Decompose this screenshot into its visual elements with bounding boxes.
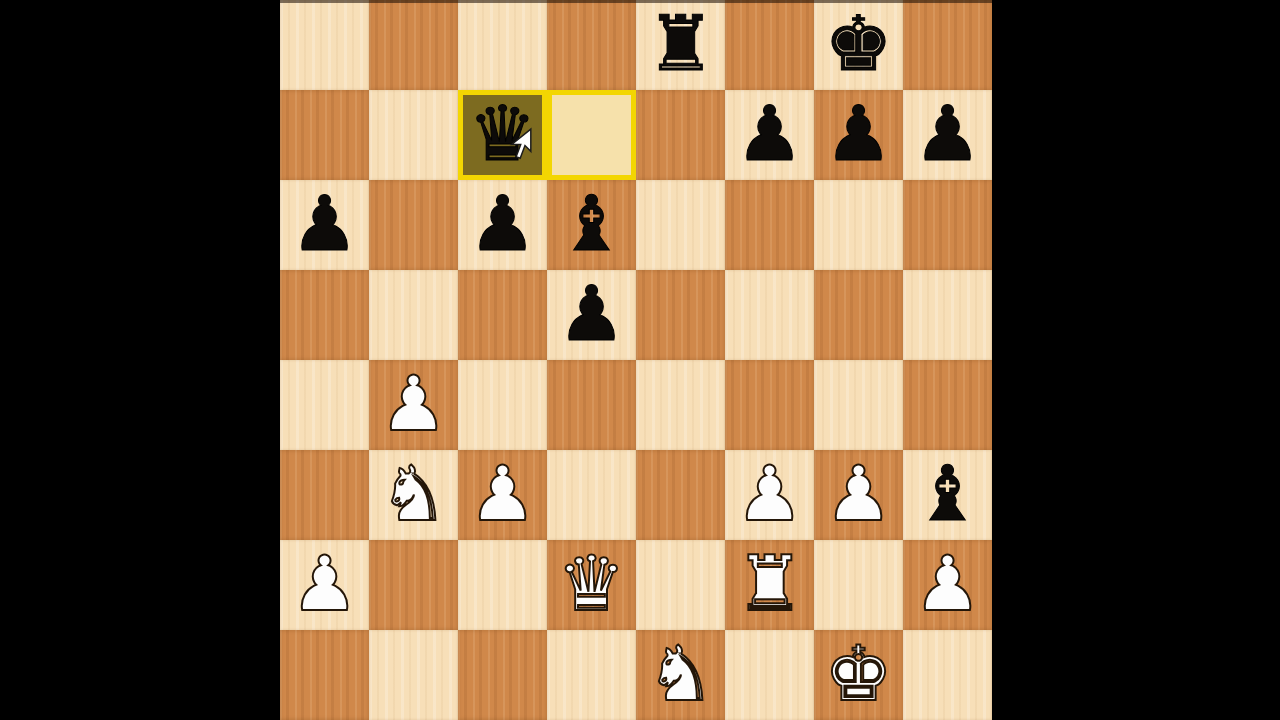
square-a7[interactable]	[280, 90, 369, 180]
square-b4[interactable]: ♟	[369, 360, 458, 450]
square-e8[interactable]: ♜	[636, 0, 725, 90]
square-b5[interactable]	[369, 270, 458, 360]
square-a1[interactable]	[280, 630, 369, 720]
piece-white-pawn-a2[interactable]: ♟	[280, 540, 369, 630]
piece-white-pawn-h2[interactable]: ♟	[903, 540, 992, 630]
piece-black-bishop-h3[interactable]: ♝	[903, 450, 992, 540]
square-f4[interactable]	[725, 360, 814, 450]
piece-white-king-g1[interactable]: ♚	[814, 630, 903, 720]
square-b1[interactable]	[369, 630, 458, 720]
square-c5[interactable]	[458, 270, 547, 360]
square-b6[interactable]	[369, 180, 458, 270]
piece-white-knight-e1[interactable]: ♞	[636, 630, 725, 720]
square-d5[interactable]: ♟	[547, 270, 636, 360]
square-g6[interactable]	[814, 180, 903, 270]
square-f8[interactable]	[725, 0, 814, 90]
square-g2[interactable]	[814, 540, 903, 630]
square-h4[interactable]	[903, 360, 992, 450]
square-c4[interactable]	[458, 360, 547, 450]
piece-white-pawn-b4[interactable]: ♟	[369, 360, 458, 450]
piece-black-pawn-g7[interactable]: ♟	[814, 90, 903, 180]
square-e1[interactable]: ♞	[636, 630, 725, 720]
square-e5[interactable]	[636, 270, 725, 360]
chess-board: ♜♚♛♟♟♟♟♟♝♟♟♞♟♟♟♝♟♛♜♟♞♚	[280, 0, 992, 720]
piece-white-knight-b3[interactable]: ♞	[369, 450, 458, 540]
piece-black-king-g8[interactable]: ♚	[814, 0, 903, 90]
square-h5[interactable]	[903, 270, 992, 360]
square-b3[interactable]: ♞	[369, 450, 458, 540]
square-f2[interactable]: ♜	[725, 540, 814, 630]
square-g7[interactable]: ♟	[814, 90, 903, 180]
square-f7[interactable]: ♟	[725, 90, 814, 180]
piece-black-pawn-d5[interactable]: ♟	[547, 270, 636, 360]
square-d6[interactable]: ♝	[547, 180, 636, 270]
square-a2[interactable]: ♟	[280, 540, 369, 630]
square-h2[interactable]: ♟	[903, 540, 992, 630]
square-e2[interactable]	[636, 540, 725, 630]
square-a5[interactable]	[280, 270, 369, 360]
square-c6[interactable]: ♟	[458, 180, 547, 270]
square-c2[interactable]	[458, 540, 547, 630]
piece-white-pawn-g3[interactable]: ♟	[814, 450, 903, 540]
square-e7[interactable]	[636, 90, 725, 180]
piece-white-queen-d2[interactable]: ♛	[547, 540, 636, 630]
square-d4[interactable]	[547, 360, 636, 450]
square-d3[interactable]	[547, 450, 636, 540]
square-h8[interactable]	[903, 0, 992, 90]
square-h1[interactable]	[903, 630, 992, 720]
piece-black-rook-e8[interactable]: ♜	[636, 0, 725, 90]
piece-black-queen-c7[interactable]: ♛	[458, 90, 547, 180]
square-c3[interactable]: ♟	[458, 450, 547, 540]
square-d1[interactable]	[547, 630, 636, 720]
square-g3[interactable]: ♟	[814, 450, 903, 540]
piece-white-pawn-f3[interactable]: ♟	[725, 450, 814, 540]
square-e6[interactable]	[636, 180, 725, 270]
square-a8[interactable]	[280, 0, 369, 90]
piece-black-bishop-d6[interactable]: ♝	[547, 180, 636, 270]
piece-white-rook-f2[interactable]: ♜	[725, 540, 814, 630]
square-c1[interactable]	[458, 630, 547, 720]
square-g5[interactable]	[814, 270, 903, 360]
chess-app-screenshot: ♜♚♛♟♟♟♟♟♝♟♟♞♟♟♟♝♟♛♜♟♞♚	[0, 0, 1280, 720]
square-f5[interactable]	[725, 270, 814, 360]
square-h3[interactable]: ♝	[903, 450, 992, 540]
square-g4[interactable]	[814, 360, 903, 450]
square-a4[interactable]	[280, 360, 369, 450]
square-f6[interactable]	[725, 180, 814, 270]
square-a3[interactable]	[280, 450, 369, 540]
square-h7[interactable]: ♟	[903, 90, 992, 180]
square-c8[interactable]	[458, 0, 547, 90]
square-g1[interactable]: ♚	[814, 630, 903, 720]
square-d7[interactable]	[547, 90, 636, 180]
square-e4[interactable]	[636, 360, 725, 450]
piece-white-pawn-c3[interactable]: ♟	[458, 450, 547, 540]
square-d8[interactable]	[547, 0, 636, 90]
piece-black-pawn-h7[interactable]: ♟	[903, 90, 992, 180]
square-h6[interactable]	[903, 180, 992, 270]
square-a6[interactable]: ♟	[280, 180, 369, 270]
square-e3[interactable]	[636, 450, 725, 540]
square-b7[interactable]	[369, 90, 458, 180]
square-b8[interactable]	[369, 0, 458, 90]
piece-black-pawn-a6[interactable]: ♟	[280, 180, 369, 270]
square-f3[interactable]: ♟	[725, 450, 814, 540]
square-g8[interactable]: ♚	[814, 0, 903, 90]
square-b2[interactable]	[369, 540, 458, 630]
square-d2[interactable]: ♛	[547, 540, 636, 630]
square-f1[interactable]	[725, 630, 814, 720]
square-c7[interactable]: ♛	[458, 90, 547, 180]
piece-black-pawn-f7[interactable]: ♟	[725, 90, 814, 180]
piece-black-pawn-c6[interactable]: ♟	[458, 180, 547, 270]
